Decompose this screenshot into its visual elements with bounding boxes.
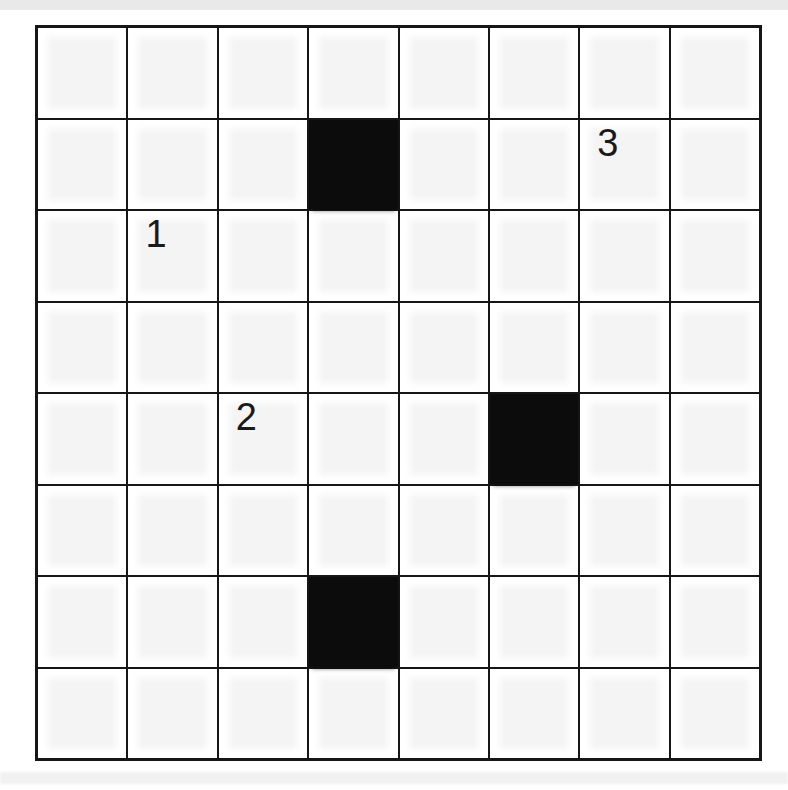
top-artifact-band <box>0 0 788 10</box>
cell-r5c7[interactable] <box>671 486 759 576</box>
cell-r6c5[interactable] <box>490 577 578 667</box>
cell-r3c4[interactable] <box>400 303 488 393</box>
cell-r5c1[interactable] <box>128 486 216 576</box>
bottom-artifact-band <box>0 772 788 784</box>
cell-r1c6[interactable]: 3 <box>580 120 668 210</box>
cell-r5c5[interactable] <box>490 486 578 576</box>
cell-r6c4[interactable] <box>400 577 488 667</box>
cell-r4c1[interactable] <box>128 394 216 484</box>
puzzle-board: 312 <box>35 25 762 761</box>
cell-r0c6[interactable] <box>580 28 668 118</box>
cell-r5c2[interactable] <box>219 486 307 576</box>
cell-r3c0[interactable] <box>38 303 126 393</box>
cell-r2c5[interactable] <box>490 211 578 301</box>
cell-r4c4[interactable] <box>400 394 488 484</box>
black-cell-r1c3 <box>309 120 397 210</box>
cell-r2c3[interactable] <box>309 211 397 301</box>
cell-r1c7[interactable] <box>671 120 759 210</box>
cell-r6c0[interactable] <box>38 577 126 667</box>
clue-number-3: 3 <box>580 120 618 162</box>
cell-r5c3[interactable] <box>309 486 397 576</box>
cell-r4c6[interactable] <box>580 394 668 484</box>
cell-r2c1[interactable]: 1 <box>128 211 216 301</box>
cell-r7c2[interactable] <box>219 669 307 759</box>
cell-r5c6[interactable] <box>580 486 668 576</box>
cell-r2c4[interactable] <box>400 211 488 301</box>
cell-r7c4[interactable] <box>400 669 488 759</box>
black-cell-r6c3 <box>309 577 397 667</box>
cell-r3c5[interactable] <box>490 303 578 393</box>
clue-number-2: 2 <box>219 394 257 436</box>
cell-r4c7[interactable] <box>671 394 759 484</box>
cell-r2c2[interactable] <box>219 211 307 301</box>
cell-r0c0[interactable] <box>38 28 126 118</box>
cell-r4c2[interactable]: 2 <box>219 394 307 484</box>
cell-r1c5[interactable] <box>490 120 578 210</box>
cell-r3c2[interactable] <box>219 303 307 393</box>
cell-r1c0[interactable] <box>38 120 126 210</box>
cell-r0c7[interactable] <box>671 28 759 118</box>
cell-r3c3[interactable] <box>309 303 397 393</box>
cell-r0c5[interactable] <box>490 28 578 118</box>
cell-r6c2[interactable] <box>219 577 307 667</box>
page: 312 <box>0 0 788 790</box>
cell-r7c3[interactable] <box>309 669 397 759</box>
cell-r7c0[interactable] <box>38 669 126 759</box>
cell-r3c6[interactable] <box>580 303 668 393</box>
cell-r5c0[interactable] <box>38 486 126 576</box>
cell-r2c6[interactable] <box>580 211 668 301</box>
cell-r2c7[interactable] <box>671 211 759 301</box>
cell-r6c7[interactable] <box>671 577 759 667</box>
cell-r3c7[interactable] <box>671 303 759 393</box>
cell-r7c6[interactable] <box>580 669 668 759</box>
cell-r0c1[interactable] <box>128 28 216 118</box>
cell-r1c1[interactable] <box>128 120 216 210</box>
cell-r4c0[interactable] <box>38 394 126 484</box>
cell-r4c3[interactable] <box>309 394 397 484</box>
cell-r5c4[interactable] <box>400 486 488 576</box>
cell-r2c0[interactable] <box>38 211 126 301</box>
cell-r1c2[interactable] <box>219 120 307 210</box>
cell-r7c5[interactable] <box>490 669 578 759</box>
cell-r7c1[interactable] <box>128 669 216 759</box>
cell-r7c7[interactable] <box>671 669 759 759</box>
cell-r1c4[interactable] <box>400 120 488 210</box>
cell-r0c2[interactable] <box>219 28 307 118</box>
cell-r6c1[interactable] <box>128 577 216 667</box>
cell-r0c4[interactable] <box>400 28 488 118</box>
cell-r6c6[interactable] <box>580 577 668 667</box>
black-cell-r4c5 <box>490 394 578 484</box>
cell-r3c1[interactable] <box>128 303 216 393</box>
clue-number-1: 1 <box>128 211 166 253</box>
cell-r0c3[interactable] <box>309 28 397 118</box>
